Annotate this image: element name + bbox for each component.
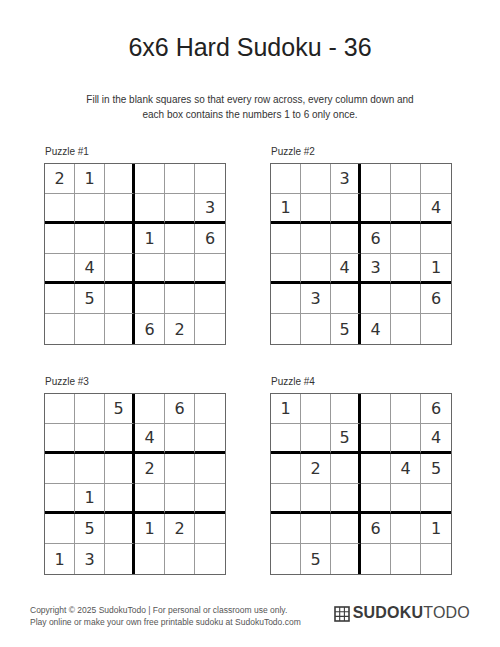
p4-cell-r6c2: 5 [301, 544, 331, 574]
p1-cell-r1c5 [165, 164, 195, 194]
p4-cell-r6c6 [421, 544, 451, 574]
p2-cell-r5c2: 3 [301, 284, 331, 314]
puzzle-3-label: Puzzle #3 [45, 376, 226, 387]
p3-cell-r6c4 [135, 544, 165, 574]
p2-cell-r5c4 [361, 284, 391, 314]
p1-cell-r5c5 [165, 284, 195, 314]
p4-cell-r1c3 [331, 394, 361, 424]
p1-cell-r2c2 [75, 194, 105, 224]
p3-cell-r3c5 [165, 454, 195, 484]
p4-cell-r3c4 [361, 454, 391, 484]
p1-cell-r1c2: 1 [75, 164, 105, 194]
p3-cell-r4c4 [135, 484, 165, 514]
p4-cell-r4c1 [271, 484, 301, 514]
p1-cell-r5c1 [45, 284, 75, 314]
p2-cell-r1c5 [391, 164, 421, 194]
p3-cell-r3c4: 2 [135, 454, 165, 484]
p1-cell-r4c2: 4 [75, 254, 105, 284]
puzzle-1: Puzzle #1 213164562 [44, 146, 226, 345]
p1-cell-r6c2 [75, 314, 105, 344]
p3-cell-r3c1 [45, 454, 75, 484]
footer-copyright: Copyright © 2025 SudokuTodo | For person… [30, 604, 301, 628]
p2-cell-r6c3: 5 [331, 314, 361, 344]
instructions: Fill in the blank squares so that every … [0, 92, 500, 122]
sudoku-board-1: 213164562 [44, 163, 226, 345]
puzzle-2: Puzzle #2 31464313654 [270, 146, 452, 345]
puzzle-1-label: Puzzle #1 [45, 146, 226, 157]
p4-cell-r3c3 [331, 454, 361, 484]
instructions-line-2: each box contains the numbers 1 to 6 onl… [142, 109, 357, 120]
logo-text-sudoku: SUDOKU [353, 604, 424, 622]
p3-cell-r3c3 [105, 454, 135, 484]
p4-cell-r3c2: 2 [301, 454, 331, 484]
p2-cell-r1c1 [271, 164, 301, 194]
p3-cell-r3c2 [75, 454, 105, 484]
p3-cell-r2c4: 4 [135, 424, 165, 454]
p4-cell-r1c4 [361, 394, 391, 424]
p2-cell-r2c4 [361, 194, 391, 224]
p1-cell-r6c3 [105, 314, 135, 344]
p2-cell-r3c4: 6 [361, 224, 391, 254]
p1-cell-r2c1 [45, 194, 75, 224]
p2-cell-r4c1 [271, 254, 301, 284]
sudokutodo-logo: SUDOKUTODO [334, 602, 470, 624]
logo-text-todo: TODO [423, 604, 470, 622]
puzzle-2-label: Puzzle #2 [271, 146, 452, 157]
printable-sudoku-page: { "game": "sudoku-6x6 (2x3 boxes)", "pos… [0, 0, 500, 647]
p4-cell-r6c4 [361, 544, 391, 574]
sudoku-board-4: 1654245615 [270, 393, 452, 575]
p2-cell-r5c6: 6 [421, 284, 451, 314]
p2-cell-r4c2 [301, 254, 331, 284]
p4-cell-r5c2 [301, 514, 331, 544]
puzzle-3: Puzzle #3 5642151213 [44, 376, 226, 575]
p2-cell-r6c6 [421, 314, 451, 344]
p3-cell-r4c2: 1 [75, 484, 105, 514]
p4-cell-r5c5 [391, 514, 421, 544]
p1-cell-r5c4 [135, 284, 165, 314]
p4-cell-r4c6 [421, 484, 451, 514]
p4-cell-r5c4: 6 [361, 514, 391, 544]
copyright-line-2: Play online or make your own free printa… [30, 617, 301, 627]
p1-cell-r4c5 [165, 254, 195, 284]
p1-cell-r3c3 [105, 224, 135, 254]
p1-cell-r6c6 [195, 314, 225, 344]
p3-cell-r5c5: 2 [165, 514, 195, 544]
p1-cell-r5c3 [105, 284, 135, 314]
p4-cell-r1c6: 6 [421, 394, 451, 424]
p4-cell-r4c3 [331, 484, 361, 514]
p4-cell-r3c1 [271, 454, 301, 484]
p4-cell-r4c2 [301, 484, 331, 514]
p1-cell-r3c2 [75, 224, 105, 254]
p4-cell-r5c1 [271, 514, 301, 544]
p4-cell-r2c3: 5 [331, 424, 361, 454]
p1-cell-r2c4 [135, 194, 165, 224]
p2-cell-r4c3: 4 [331, 254, 361, 284]
p4-cell-r2c5 [391, 424, 421, 454]
p3-cell-r2c3 [105, 424, 135, 454]
p2-cell-r4c4: 3 [361, 254, 391, 284]
p3-cell-r4c3 [105, 484, 135, 514]
p1-cell-r6c1 [45, 314, 75, 344]
p1-cell-r4c1 [45, 254, 75, 284]
p2-cell-r2c2 [301, 194, 331, 224]
p1-cell-r2c5 [165, 194, 195, 224]
p1-cell-r2c6: 3 [195, 194, 225, 224]
puzzle-4-label: Puzzle #4 [271, 376, 452, 387]
p2-cell-r1c3: 3 [331, 164, 361, 194]
p4-cell-r3c5: 4 [391, 454, 421, 484]
p2-cell-r3c2 [301, 224, 331, 254]
p4-cell-r5c6: 1 [421, 514, 451, 544]
p2-cell-r6c2 [301, 314, 331, 344]
p2-cell-r1c4 [361, 164, 391, 194]
p1-cell-r1c1: 2 [45, 164, 75, 194]
p1-cell-r1c4 [135, 164, 165, 194]
p4-cell-r1c5 [391, 394, 421, 424]
p1-cell-r4c3 [105, 254, 135, 284]
sudoku-grid-icon [334, 605, 353, 622]
p4-cell-r6c5 [391, 544, 421, 574]
p2-cell-r6c5 [391, 314, 421, 344]
p2-cell-r3c5 [391, 224, 421, 254]
p3-cell-r6c6 [195, 544, 225, 574]
p1-cell-r4c4 [135, 254, 165, 284]
p1-cell-r3c1 [45, 224, 75, 254]
p2-cell-r4c5 [391, 254, 421, 284]
p4-cell-r2c2 [301, 424, 331, 454]
sudoku-board-3: 5642151213 [44, 393, 226, 575]
p3-cell-r1c3: 5 [105, 394, 135, 424]
p3-cell-r1c6 [195, 394, 225, 424]
p3-cell-r1c1 [45, 394, 75, 424]
p3-cell-r4c5 [165, 484, 195, 514]
p2-cell-r1c6 [421, 164, 451, 194]
p3-cell-r5c2: 5 [75, 514, 105, 544]
sudoku-board-2: 31464313654 [270, 163, 452, 345]
p2-cell-r2c1: 1 [271, 194, 301, 224]
p3-cell-r1c4 [135, 394, 165, 424]
p2-cell-r2c5 [391, 194, 421, 224]
p3-cell-r5c1 [45, 514, 75, 544]
page-title: 6x6 Hard Sudoku - 36 [0, 33, 500, 62]
p3-cell-r6c2: 3 [75, 544, 105, 574]
p3-cell-r2c2 [75, 424, 105, 454]
p2-cell-r5c5 [391, 284, 421, 314]
p1-cell-r6c4: 6 [135, 314, 165, 344]
p4-cell-r1c2 [301, 394, 331, 424]
p2-cell-r3c6 [421, 224, 451, 254]
p3-cell-r1c2 [75, 394, 105, 424]
p3-cell-r5c4: 1 [135, 514, 165, 544]
p3-cell-r5c3 [105, 514, 135, 544]
p4-cell-r4c5 [391, 484, 421, 514]
p4-cell-r2c6: 4 [421, 424, 451, 454]
p2-cell-r6c1 [271, 314, 301, 344]
p2-cell-r5c3 [331, 284, 361, 314]
p2-cell-r4c6: 1 [421, 254, 451, 284]
p3-cell-r2c1 [45, 424, 75, 454]
p3-cell-r6c5 [165, 544, 195, 574]
p4-cell-r2c1 [271, 424, 301, 454]
p2-cell-r2c6: 4 [421, 194, 451, 224]
p1-cell-r5c6 [195, 284, 225, 314]
p2-cell-r2c3 [331, 194, 361, 224]
p1-cell-r6c5: 2 [165, 314, 195, 344]
p2-cell-r3c3 [331, 224, 361, 254]
p1-cell-r1c6 [195, 164, 225, 194]
p3-cell-r2c6 [195, 424, 225, 454]
p4-cell-r2c4 [361, 424, 391, 454]
p2-cell-r1c2 [301, 164, 331, 194]
p3-cell-r4c1 [45, 484, 75, 514]
p1-cell-r2c3 [105, 194, 135, 224]
p3-cell-r1c5: 6 [165, 394, 195, 424]
p2-cell-r6c4: 4 [361, 314, 391, 344]
p2-cell-r5c1 [271, 284, 301, 314]
p1-cell-r4c6 [195, 254, 225, 284]
p3-cell-r5c6 [195, 514, 225, 544]
p3-cell-r6c1: 1 [45, 544, 75, 574]
copyright-line-1: Copyright © 2025 SudokuTodo | For person… [30, 605, 287, 615]
p1-cell-r3c6: 6 [195, 224, 225, 254]
p4-cell-r3c6: 5 [421, 454, 451, 484]
puzzle-4: Puzzle #4 1654245615 [270, 376, 452, 575]
p1-cell-r5c2: 5 [75, 284, 105, 314]
p4-cell-r6c1 [271, 544, 301, 574]
p1-cell-r3c5 [165, 224, 195, 254]
p1-cell-r3c4: 1 [135, 224, 165, 254]
p4-cell-r4c4 [361, 484, 391, 514]
p4-cell-r6c3 [331, 544, 361, 574]
p2-cell-r3c1 [271, 224, 301, 254]
p3-cell-r2c5 [165, 424, 195, 454]
p3-cell-r3c6 [195, 454, 225, 484]
p3-cell-r6c3 [105, 544, 135, 574]
p4-cell-r5c3 [331, 514, 361, 544]
p3-cell-r4c6 [195, 484, 225, 514]
p4-cell-r1c1: 1 [271, 394, 301, 424]
p1-cell-r1c3 [105, 164, 135, 194]
instructions-line-1: Fill in the blank squares so that every … [86, 94, 413, 105]
